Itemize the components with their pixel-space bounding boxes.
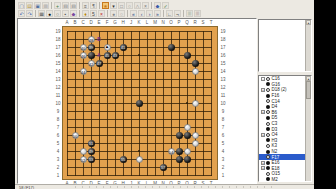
row-label-left: 9 (54, 109, 62, 114)
white-stone-icon (266, 144, 270, 148)
tree-node-label: D18 (2) (272, 87, 287, 92)
first-move-icon[interactable]: « (130, 10, 137, 17)
prev-variation-icon[interactable]: ● (110, 10, 117, 17)
row-label-left: 14 (54, 69, 62, 74)
save-all-icon[interactable]: ▥ (42, 2, 49, 9)
scroll-up-icon[interactable]: ▲ (306, 20, 311, 25)
black-stone-Q16[interactable] (184, 52, 191, 59)
black-stone-D16[interactable] (88, 52, 95, 59)
expand-icon[interactable]: + (261, 166, 265, 170)
territory-icon[interactable]: ▒ (186, 10, 193, 17)
white-stone-C16[interactable]: 46 (80, 52, 87, 59)
variation-label-A[interactable]: A (95, 52, 103, 58)
tree-node-label: O4 (272, 132, 278, 137)
row-label-right: 12 (219, 85, 227, 90)
add-node-icon[interactable]: + (54, 2, 61, 9)
black-stone-O17[interactable] (168, 44, 175, 51)
last-move-triangle-icon: ▲ (105, 45, 109, 50)
board-setup-icon[interactable]: ▧ (62, 2, 69, 9)
scroll-thumb[interactable] (306, 81, 311, 99)
row-label-right: 19 (219, 29, 227, 34)
black-stone-N2[interactable]: 57 (160, 164, 167, 171)
row-label-left: 13 (54, 77, 62, 82)
col-label-top: K (135, 20, 143, 25)
toolbar-separator (51, 2, 52, 9)
col-label-top: L (143, 20, 151, 25)
row-label-left: 7 (54, 125, 62, 130)
white-stone-R14[interactable] (192, 68, 199, 75)
tree-node-label: D3 (272, 127, 278, 132)
black-stone-icon (266, 138, 270, 142)
col-label-top: A (63, 20, 71, 25)
hoshi-point (138, 150, 140, 152)
col-label-top: B (71, 20, 79, 25)
tree-node-label: C14 (272, 99, 280, 104)
row-label-left: 15 (54, 61, 62, 66)
col-label-top: G (111, 20, 119, 25)
toolbar-separator (151, 2, 152, 9)
tree-node-label: M2 (272, 177, 278, 182)
row-label-right: 18 (219, 37, 227, 42)
black-stone-P3[interactable] (176, 156, 183, 163)
toolbar-separator (35, 10, 36, 17)
tree-node-label: F16 (272, 93, 280, 98)
black-stone-icon (266, 116, 270, 120)
mark-triangle-icon[interactable]: △ (134, 2, 141, 9)
row-label-right: 2 (219, 165, 227, 170)
black-stone-G16[interactable]: 43 (112, 52, 119, 59)
status-text: 58 (F17) (19, 185, 34, 189)
col-label-top: M (151, 20, 159, 25)
toolbar-navigation: ↶↷▦●○▪◆♦5×●○«‹›»∟¬▒▒ (16, 9, 314, 17)
status-ticks (75, 186, 275, 188)
prev-move-icon[interactable]: ‹ (138, 10, 145, 17)
toolbar-separator (79, 2, 80, 9)
black-stone-F16[interactable]: 45 (104, 52, 111, 59)
app-window: ▢▤▣▥+▧▨≡¶★▾□○△×◆✓ ↶↷▦●○▪◆♦5×●○«‹›»∟¬▒▒ 1… (15, 0, 314, 189)
row-label-left: 10 (54, 101, 62, 106)
toolbar-main: ▢▤▣▥+▧▨≡¶★▾□○△×◆✓ (16, 1, 314, 9)
col-label-top: Q (183, 20, 191, 25)
next-variation-icon[interactable]: ○ (118, 10, 125, 17)
last-move-btn-icon[interactable]: » (154, 10, 161, 17)
col-label-top: F (103, 20, 111, 25)
play-black-icon[interactable]: ● (46, 10, 53, 17)
toolbar-separator (107, 10, 108, 17)
black-stone-D4[interactable]: 49 (88, 148, 95, 155)
row-label-right: 6 (219, 133, 227, 138)
row-label-left: 6 (54, 133, 62, 138)
white-stone-C17[interactable]: 40 (80, 44, 87, 51)
white-stone-R6[interactable] (192, 132, 199, 139)
row-label-left: 2 (54, 165, 62, 170)
move-tree-rows: -C16G16+D18 (2)F16C14D4+B6D5C3D3+O4H3K3N… (259, 76, 311, 182)
label-tool-icon[interactable]: ◆ (70, 10, 77, 17)
white-stone-icon (266, 122, 270, 126)
row-label-right: 15 (219, 61, 227, 66)
influence-icon[interactable]: ▒ (194, 10, 201, 17)
tree-node-label: K3 (272, 143, 278, 148)
tree-node-label: O15 (272, 171, 281, 176)
white-stone-D18[interactable]: 48 (88, 36, 95, 43)
black-stone-icon (266, 166, 270, 170)
tree-node-label: F17 (272, 155, 280, 160)
delete-node-icon[interactable]: × (98, 10, 105, 17)
white-stone-O4[interactable]: 54 (168, 148, 175, 155)
row-label-left: 1 (54, 173, 62, 178)
open-icon[interactable]: ▤ (26, 2, 33, 9)
move-numbers-icon[interactable]: 5 (90, 10, 97, 17)
col-label-top: T (207, 20, 215, 25)
row-label-left: 4 (54, 149, 62, 154)
black-stone-H17[interactable]: 41 (120, 44, 127, 51)
row-label-left: 19 (54, 29, 62, 34)
toolbar-separator (163, 10, 164, 17)
mark-square-icon[interactable]: □ (118, 2, 125, 9)
save-icon[interactable]: ▣ (34, 2, 41, 9)
row-label-left: 11 (54, 93, 62, 98)
toolbar-separator (183, 10, 184, 17)
tree-node-label: H3 (272, 138, 278, 143)
next-move-icon[interactable]: › (146, 10, 153, 17)
mark-cross-icon[interactable]: × (142, 2, 149, 9)
check-icon[interactable]: ✓ (162, 2, 169, 9)
black-stone-D5[interactable]: 51 (88, 140, 95, 147)
tree-scrollbar[interactable]: ▲ (305, 76, 311, 181)
black-stone-H3[interactable]: 55 (120, 156, 127, 163)
row-label-left: 18 (54, 37, 62, 42)
mark-circle-icon[interactable]: ○ (126, 2, 133, 9)
white-stone-icon (266, 110, 270, 114)
row-label-right: 5 (219, 141, 227, 146)
black-stone-D17[interactable]: 39 (88, 44, 95, 51)
black-stone-icon (266, 177, 270, 181)
stone-tool-dropdown-icon[interactable]: ▾ (110, 2, 117, 9)
col-label-top: N (159, 20, 167, 25)
tree-node-label: B6 (272, 110, 278, 115)
white-stone-Q4[interactable] (184, 148, 191, 155)
white-stone-D15[interactable]: 42 (88, 60, 95, 67)
row-label-right: 8 (219, 117, 227, 122)
row-label-right: 14 (219, 69, 227, 74)
toolbar-separator (79, 10, 80, 17)
black-stone-icon (266, 127, 270, 131)
tree-node-label: E18 (272, 166, 280, 171)
black-stone-P4[interactable] (176, 148, 183, 155)
white-stone-icon (266, 99, 270, 103)
row-label-left: 8 (54, 117, 62, 122)
expand-icon[interactable]: + (261, 161, 265, 165)
row-label-right: 1 (219, 173, 227, 178)
row-label-right: 10 (219, 101, 227, 106)
black-stone-icon (266, 82, 270, 86)
game-list-icon[interactable]: ≡ (82, 2, 89, 9)
tree-node-label: E16 (272, 160, 280, 165)
white-stone-B6[interactable]: 50 (72, 132, 79, 139)
collapse-icon[interactable]: - (261, 77, 265, 81)
row-label-right: 17 (219, 45, 227, 50)
col-label-top: S (199, 20, 207, 25)
score-icon[interactable]: ♦ (82, 10, 89, 17)
tree-node-label: N2 (272, 149, 278, 154)
row-label-right: 4 (219, 149, 227, 154)
toolbar-separator (127, 10, 128, 17)
play-white-icon[interactable]: ○ (54, 10, 61, 17)
grid-toggle-icon[interactable]: ▨ (70, 2, 77, 9)
row-label-right: 3 (219, 157, 227, 162)
hoshi-point (90, 102, 92, 104)
white-stone-icon (266, 155, 270, 159)
col-label-top: E (95, 20, 103, 25)
tree-node-label: C3 (272, 121, 278, 126)
tree-node-label: C16 (272, 76, 280, 81)
comment-scrollbar[interactable]: ▲ (305, 20, 311, 71)
white-stone-C14[interactable]: 44 (80, 68, 87, 75)
tree-node-label: G16 (272, 82, 281, 87)
black-stone-Q3[interactable] (184, 156, 191, 163)
stone-tool-icon[interactable]: ★ (102, 2, 109, 9)
row-label-right: 13 (219, 77, 227, 82)
row-label-left: 5 (54, 141, 62, 146)
expand-icon[interactable]: + (261, 110, 265, 114)
show-board-icon[interactable]: ▦ (38, 10, 45, 17)
black-stone-icon (266, 94, 270, 98)
black-stone-D3[interactable]: 53 (88, 156, 95, 163)
row-label-left: 16 (54, 53, 62, 58)
white-stone-R5[interactable] (192, 140, 199, 147)
expand-icon[interactable]: + (261, 88, 265, 92)
black-stone-E15[interactable]: 47 (96, 60, 103, 67)
white-stone-icon (266, 133, 270, 137)
row-label-right: 7 (219, 125, 227, 130)
white-stone-icon (266, 77, 270, 81)
row-label-right: 11 (219, 93, 227, 98)
hoshi-point (186, 102, 188, 104)
toolbar-separator (99, 2, 100, 9)
white-stone-R10[interactable] (192, 100, 199, 107)
board-canvas[interactable]: 1919181817171616151514141313121211111010… (17, 18, 257, 184)
col-label-top: O (167, 20, 175, 25)
row-label-right: 16 (219, 53, 227, 58)
white-stone-C3[interactable]: 52 (80, 156, 87, 163)
move-tree-panel[interactable]: -C16G16+D18 (2)F16C14D4+B6D5C3D3+O4H3K3N… (258, 75, 312, 182)
row-label-left: 12 (54, 85, 62, 90)
row-label-right: 9 (219, 109, 227, 114)
var-down-icon[interactable]: ∟ (166, 10, 173, 17)
black-stone-icon (266, 105, 270, 109)
white-stone-C4[interactable] (80, 148, 87, 155)
black-stone-P6[interactable] (176, 132, 183, 139)
white-stone-K3[interactable] (136, 156, 143, 163)
tree-node-label: D4 (272, 104, 278, 109)
black-stone-icon (266, 161, 270, 165)
tree-node-label: D5 (272, 115, 278, 120)
col-label-top: D (87, 20, 95, 25)
white-stone-Q7[interactable] (184, 124, 191, 131)
col-label-top: P (175, 20, 183, 25)
variation-label-B[interactable]: B (95, 36, 103, 42)
hoshi-point (138, 54, 140, 56)
col-label-top: H (119, 20, 127, 25)
marker-tool-icon[interactable]: ▪ (62, 10, 69, 17)
tree-node-M2[interactable]: M2 (259, 177, 311, 182)
black-stone-Q6[interactable] (184, 132, 191, 139)
col-label-top: J (127, 20, 135, 25)
row-label-left: 17 (54, 45, 62, 50)
black-stone-icon (266, 150, 270, 154)
new-icon[interactable]: ▢ (18, 2, 25, 9)
jump-icon[interactable]: ◆ (154, 2, 161, 9)
white-stone-icon (266, 172, 270, 176)
game-info-icon[interactable]: ¶ (90, 2, 97, 9)
comment-panel[interactable]: ▲ (258, 19, 312, 72)
redo-icon[interactable]: ↷ (26, 10, 33, 17)
black-stone-R15[interactable] (192, 60, 199, 67)
row-label-left: 3 (54, 157, 62, 162)
undo-icon[interactable]: ↶ (18, 10, 25, 17)
col-label-top: C (79, 20, 87, 25)
black-stone-K10[interactable] (136, 100, 143, 107)
expand-icon[interactable]: + (261, 133, 265, 137)
col-label-top: R (191, 20, 199, 25)
white-stone-icon (266, 88, 270, 92)
var-up-icon[interactable]: ¬ (174, 10, 181, 17)
